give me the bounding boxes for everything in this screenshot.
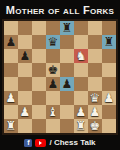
piece-white-rook: ♜ <box>76 119 87 133</box>
square-b8 <box>18 21 32 35</box>
square-e2 <box>60 105 74 119</box>
square-g3: ♛ <box>88 91 102 105</box>
piece-white-pawn: ♟ <box>90 105 101 119</box>
square-h2 <box>102 105 116 119</box>
square-h5 <box>102 63 116 77</box>
square-h8 <box>102 21 116 35</box>
square-c2 <box>32 105 46 119</box>
square-e6 <box>60 49 74 63</box>
square-b5 <box>18 63 32 77</box>
piece-white-knight: ♞ <box>76 49 87 63</box>
square-a1: ♜ <box>4 119 18 133</box>
square-a4 <box>4 77 18 91</box>
square-h6 <box>102 49 116 63</box>
piece-black-queen: ♛ <box>48 35 59 49</box>
square-g8 <box>88 21 102 35</box>
square-d8 <box>46 21 60 35</box>
square-a2 <box>4 105 18 119</box>
square-d2: ♝ <box>46 105 60 119</box>
square-h1 <box>102 119 116 133</box>
square-f5 <box>74 63 88 77</box>
square-f6: ♞ <box>74 49 88 63</box>
square-b6: ♟ <box>18 49 32 63</box>
piece-white-queen: ♛ <box>90 91 101 105</box>
square-f8 <box>74 21 88 35</box>
square-a5 <box>4 63 18 77</box>
chess-board: ♜♟♛♜♟♞♚♟♟♟♛♟♟♝♟♟♜♜♚ <box>2 19 118 135</box>
square-c7 <box>32 35 46 49</box>
piece-white-pawn: ♟ <box>76 105 87 119</box>
square-e4: ♟ <box>60 77 74 91</box>
square-c8 <box>32 21 46 35</box>
square-h3: ♟ <box>102 91 116 105</box>
square-f1: ♜ <box>74 119 88 133</box>
square-e5 <box>60 63 74 77</box>
square-g1: ♚ <box>88 119 102 133</box>
square-e7 <box>60 35 74 49</box>
square-f4 <box>74 77 88 91</box>
footer-bar: f / Chess Talk <box>0 135 120 150</box>
square-a7: ♟ <box>4 35 18 49</box>
square-b2: ♟ <box>18 105 32 119</box>
square-c4 <box>32 77 46 91</box>
square-b3 <box>18 91 32 105</box>
piece-white-pawn: ♟ <box>20 105 31 119</box>
square-b7 <box>18 35 32 49</box>
square-e8: ♜ <box>60 21 74 35</box>
piece-black-pawn: ♟ <box>48 77 59 91</box>
piece-white-pawn: ♟ <box>6 91 17 105</box>
square-d4: ♟ <box>46 77 60 91</box>
youtube-icon <box>35 139 46 147</box>
square-c6 <box>32 49 46 63</box>
square-f3 <box>74 91 88 105</box>
square-h4 <box>102 77 116 91</box>
square-c5 <box>32 63 46 77</box>
square-c3 <box>32 91 46 105</box>
square-g2: ♟ <box>88 105 102 119</box>
piece-black-rook: ♜ <box>104 35 115 49</box>
channel-name: / Chess Talk <box>49 138 95 147</box>
piece-black-pawn: ♟ <box>20 49 31 63</box>
square-g6 <box>88 49 102 63</box>
square-d6 <box>46 49 60 63</box>
piece-white-king: ♚ <box>90 119 101 133</box>
square-g5 <box>88 63 102 77</box>
piece-black-pawn: ♟ <box>6 35 17 49</box>
piece-black-king: ♚ <box>48 63 59 77</box>
square-b1 <box>18 119 32 133</box>
square-a6 <box>4 49 18 63</box>
square-d7: ♛ <box>46 35 60 49</box>
page-title: Mother of all Forks <box>6 4 115 16</box>
square-g4 <box>88 77 102 91</box>
facebook-icon: f <box>24 139 32 147</box>
square-c1 <box>32 119 46 133</box>
square-g7 <box>88 35 102 49</box>
piece-white-rook: ♜ <box>6 119 17 133</box>
piece-white-bishop: ♝ <box>48 105 59 119</box>
square-e3 <box>60 91 74 105</box>
title-bar: Mother of all Forks <box>0 0 120 19</box>
square-f2: ♟ <box>74 105 88 119</box>
square-f7 <box>74 35 88 49</box>
play-icon <box>39 141 42 145</box>
square-a8 <box>4 21 18 35</box>
square-h7: ♜ <box>102 35 116 49</box>
square-a3: ♟ <box>4 91 18 105</box>
piece-black-rook: ♜ <box>62 21 73 35</box>
square-d5: ♚ <box>46 63 60 77</box>
piece-black-pawn: ♟ <box>62 77 73 91</box>
piece-white-pawn: ♟ <box>104 91 115 105</box>
square-d1 <box>46 119 60 133</box>
square-d3 <box>46 91 60 105</box>
square-b4 <box>18 77 32 91</box>
square-e1 <box>60 119 74 133</box>
